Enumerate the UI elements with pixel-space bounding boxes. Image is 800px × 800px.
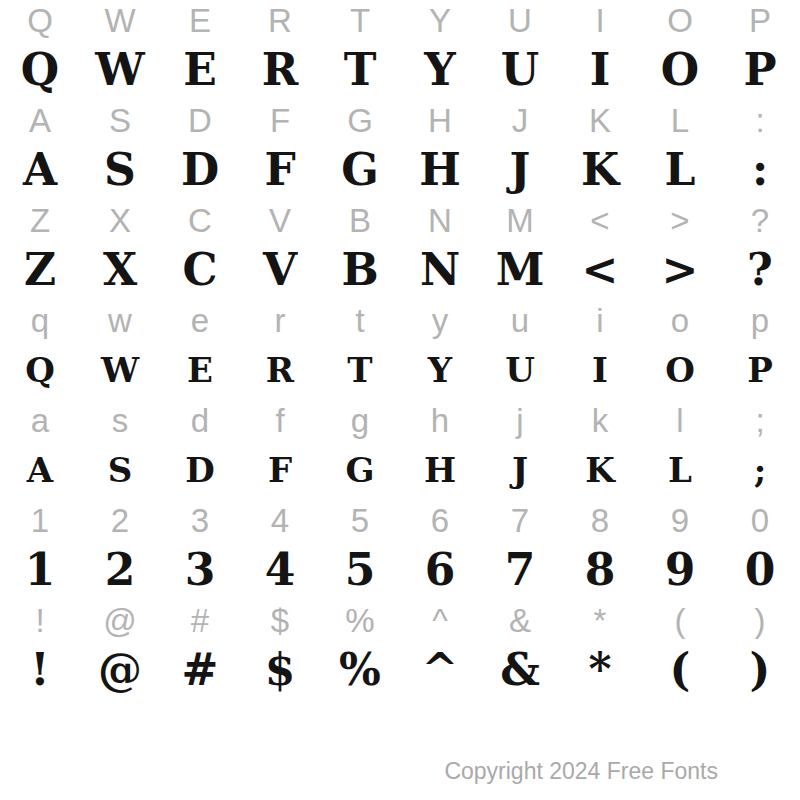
key-label: s <box>112 404 129 437</box>
specimen-glyph: F <box>268 453 292 487</box>
key-label: I <box>595 4 604 37</box>
specimen-glyph: A <box>27 453 53 487</box>
key-label: i <box>596 304 603 337</box>
key-label: K <box>589 104 611 137</box>
font-specimen-page: QWERTYUIOPQWERTYUIOPASDFGHJKL:ASDFGHJKL:… <box>0 0 800 800</box>
specimen-glyph: P <box>747 353 773 387</box>
specimen-glyph: 1 <box>25 548 56 592</box>
specimen-glyph: Y <box>424 48 455 92</box>
key-label: l <box>676 404 683 437</box>
specimen-glyph: P <box>743 48 776 92</box>
character-grid: QWERTYUIOPQWERTYUIOPASDFGHJKL:ASDFGHJKL:… <box>0 0 800 700</box>
key-label: 9 <box>671 504 689 537</box>
specimen-glyph: D <box>185 453 214 487</box>
key-label: U <box>508 4 532 37</box>
key-label: 4 <box>271 504 289 537</box>
key-label: T <box>350 4 370 37</box>
specimen-glyph: 0 <box>745 548 776 592</box>
key-label: 5 <box>351 504 369 537</box>
specimen-glyph: 5 <box>345 548 376 592</box>
key-label: t <box>355 304 364 337</box>
keyboard-label-row: ASDFGHJKL: <box>0 100 800 140</box>
specimen-glyph: ) <box>750 648 771 692</box>
specimen-glyph: 4 <box>265 548 296 592</box>
specimen-glyph-row: QWERTYUIOP <box>0 340 800 400</box>
specimen-glyph: M <box>496 248 545 292</box>
key-label: % <box>345 604 374 637</box>
specimen-glyph: E <box>183 48 217 92</box>
row-pair: ZXCVBNM<>?ZXCVBNM<>? <box>0 200 800 300</box>
key-label: ! <box>35 604 44 637</box>
keyboard-label-row: !@#$%^&*() <box>0 600 800 640</box>
key-label: # <box>191 604 209 637</box>
key-label: g <box>351 404 369 437</box>
specimen-glyph: < <box>582 248 619 292</box>
specimen-glyph-row: ASDFGHJKL: <box>0 140 800 200</box>
specimen-glyph: G <box>341 148 379 192</box>
specimen-glyph: B <box>341 248 378 292</box>
specimen-glyph: K <box>585 453 615 487</box>
key-label: 3 <box>191 504 209 537</box>
specimen-glyph: Y <box>428 353 452 387</box>
specimen-glyph-row: ASDFGHJKL; <box>0 440 800 500</box>
specimen-glyph: F <box>264 148 295 192</box>
row-pair: asdfghjkl;ASDFGHJKL; <box>0 400 800 500</box>
key-label: ; <box>755 404 764 437</box>
specimen-glyph: 8 <box>585 548 616 592</box>
key-label: N <box>428 204 452 237</box>
key-label: X <box>109 204 131 237</box>
key-label: H <box>428 104 452 137</box>
specimen-glyph: C <box>182 248 217 292</box>
key-label: A <box>29 104 51 137</box>
specimen-glyph: J <box>510 148 531 192</box>
specimen-glyph: R <box>262 48 299 92</box>
key-label: R <box>268 4 292 37</box>
key-label: 6 <box>431 504 449 537</box>
specimen-glyph: S <box>108 453 133 487</box>
key-label: D <box>188 104 212 137</box>
specimen-glyph: I <box>592 353 608 387</box>
key-label: u <box>511 304 529 337</box>
row-pair: 12345678901234567890 <box>0 500 800 600</box>
key-label: j <box>516 404 523 437</box>
specimen-glyph: X <box>103 248 137 292</box>
key-label: J <box>512 104 529 137</box>
specimen-glyph: 3 <box>185 548 216 592</box>
specimen-glyph: L <box>668 453 692 487</box>
specimen-glyph: T <box>347 353 372 387</box>
key-label: P <box>749 4 771 37</box>
key-label: 1 <box>31 504 49 537</box>
key-label: < <box>590 204 609 237</box>
specimen-glyph: U <box>505 353 535 387</box>
specimen-glyph: R <box>266 353 294 387</box>
specimen-glyph: W <box>101 353 139 387</box>
specimen-glyph: D <box>181 148 219 192</box>
specimen-glyph: W <box>95 48 144 92</box>
specimen-glyph: ( <box>670 648 691 692</box>
key-label: 8 <box>591 504 609 537</box>
key-label: q <box>31 304 49 337</box>
specimen-glyph-row: !@#$%^&*() <box>0 640 800 700</box>
key-label: E <box>189 4 211 37</box>
specimen-glyph: L <box>665 148 696 192</box>
key-label: 2 <box>111 504 129 537</box>
specimen-glyph: Q <box>25 353 55 387</box>
key-label: Y <box>429 4 451 37</box>
specimen-glyph: N <box>420 248 460 292</box>
specimen-glyph: E <box>187 353 213 387</box>
specimen-glyph: # <box>182 648 219 692</box>
copyright-text: Copyright 2024 Free Fonts <box>444 758 718 785</box>
key-label: B <box>349 204 371 237</box>
key-label: d <box>191 404 209 437</box>
specimen-glyph: T <box>344 48 377 92</box>
specimen-glyph: O <box>661 48 699 92</box>
key-label: f <box>275 404 284 437</box>
specimen-glyph: A <box>23 148 57 192</box>
specimen-glyph: O <box>665 353 695 387</box>
specimen-glyph: 2 <box>105 548 136 592</box>
keyboard-label-row: asdfghjkl; <box>0 400 800 440</box>
specimen-glyph: & <box>500 648 540 692</box>
specimen-glyph-row: QWERTYUIOP <box>0 40 800 100</box>
key-label: Q <box>27 4 53 37</box>
key-label: a <box>31 404 49 437</box>
specimen-glyph: V <box>263 248 297 292</box>
key-label: S <box>109 104 131 137</box>
key-label: G <box>347 104 373 137</box>
key-label: W <box>104 4 135 37</box>
specimen-glyph: ! <box>30 648 49 692</box>
specimen-glyph: @ <box>98 648 142 692</box>
row-pair: !@#$%^&*()!@#$%^&*() <box>0 600 800 700</box>
specimen-glyph: $ <box>265 648 296 692</box>
keyboard-label-row: 1234567890 <box>0 500 800 540</box>
specimen-glyph-row: 1234567890 <box>0 540 800 600</box>
key-label: F <box>270 104 290 137</box>
key-label: o <box>671 304 689 337</box>
key-label: V <box>269 204 291 237</box>
specimen-glyph: H <box>419 148 461 192</box>
key-label: $ <box>271 604 289 637</box>
key-label: ( <box>675 604 686 637</box>
row-pair: ASDFGHJKL:ASDFGHJKL: <box>0 100 800 200</box>
key-label: C <box>188 204 212 237</box>
key-label: : <box>755 104 764 137</box>
specimen-glyph: 7 <box>505 548 536 592</box>
key-label: p <box>751 304 769 337</box>
keyboard-label-row: QWERTYUIOP <box>0 0 800 40</box>
key-label: > <box>670 204 689 237</box>
key-label: y <box>432 304 449 337</box>
specimen-glyph: ? <box>747 248 773 292</box>
key-label: 7 <box>511 504 529 537</box>
specimen-glyph: H <box>424 453 456 487</box>
specimen-glyph: 9 <box>665 548 696 592</box>
key-label: O <box>667 4 693 37</box>
key-label: r <box>275 304 286 337</box>
key-label: k <box>592 404 609 437</box>
key-label: ? <box>751 204 769 237</box>
keyboard-label-row: qwertyuiop <box>0 300 800 340</box>
specimen-glyph: % <box>339 648 381 692</box>
row-pair: qwertyuiopQWERTYUIOP <box>0 300 800 400</box>
specimen-glyph: U <box>501 48 539 92</box>
row-pair: QWERTYUIOPQWERTYUIOP <box>0 0 800 100</box>
specimen-glyph: S <box>104 148 136 192</box>
specimen-glyph: 6 <box>425 548 456 592</box>
key-label: L <box>671 104 689 137</box>
specimen-glyph: * <box>588 648 611 692</box>
specimen-glyph: > <box>662 248 699 292</box>
specimen-glyph: : <box>752 148 768 192</box>
key-label: ) <box>755 604 766 637</box>
specimen-glyph: K <box>581 148 619 192</box>
key-label: h <box>431 404 449 437</box>
specimen-glyph: ; <box>754 453 767 487</box>
key-label: 0 <box>751 504 769 537</box>
key-label: ^ <box>432 604 448 637</box>
key-label: Z <box>30 204 50 237</box>
specimen-glyph: J <box>512 453 528 487</box>
key-label: @ <box>103 604 137 637</box>
key-label: & <box>509 604 531 637</box>
specimen-glyph: G <box>345 453 374 487</box>
key-label: e <box>191 304 209 337</box>
specimen-glyph-row: ZXCVBNM<>? <box>0 240 800 300</box>
key-label: M <box>506 204 534 237</box>
specimen-glyph: Z <box>24 248 56 292</box>
key-label: * <box>594 604 607 637</box>
key-label: w <box>108 304 132 337</box>
specimen-glyph: Q <box>21 48 59 92</box>
specimen-glyph: I <box>590 48 611 92</box>
keyboard-label-row: ZXCVBNM<>? <box>0 200 800 240</box>
specimen-glyph: ^ <box>422 648 459 692</box>
